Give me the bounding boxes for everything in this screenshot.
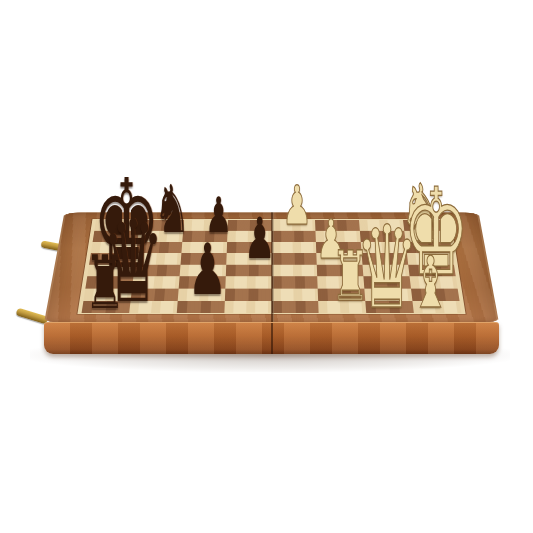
black-pawn[interactable]: ♟ bbox=[185, 234, 229, 305]
black-rook[interactable]: ♜ bbox=[82, 245, 128, 319]
square-d2[interactable] bbox=[224, 288, 271, 300]
square-d1[interactable] bbox=[224, 301, 271, 314]
square-e2[interactable] bbox=[272, 288, 319, 300]
product-photo-stage: { "game": "chess", "scene": { "type": "p… bbox=[0, 0, 533, 533]
front-fold-seam bbox=[271, 323, 273, 354]
white-pawn[interactable]: ♟ bbox=[280, 179, 313, 233]
square-e1[interactable] bbox=[272, 301, 319, 314]
square-e3[interactable] bbox=[272, 276, 319, 288]
square-e5[interactable] bbox=[272, 253, 318, 265]
white-bishop[interactable]: ♝ bbox=[408, 247, 452, 318]
black-pawn[interactable]: ♟ bbox=[241, 210, 276, 267]
square-d3[interactable] bbox=[225, 276, 272, 288]
square-e4[interactable] bbox=[272, 265, 318, 277]
square-e6[interactable] bbox=[272, 242, 317, 253]
